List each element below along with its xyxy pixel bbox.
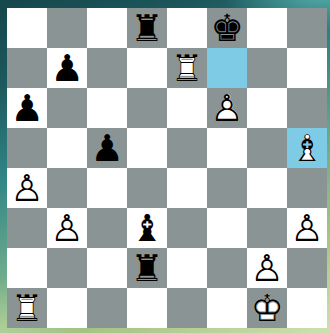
piece-white-king[interactable]: ♚♔ bbox=[247, 288, 287, 328]
square-f1[interactable] bbox=[207, 288, 247, 328]
piece-black-pawn[interactable]: ♟ bbox=[47, 48, 87, 88]
square-a3[interactable] bbox=[7, 208, 47, 248]
square-f5[interactable] bbox=[207, 128, 247, 168]
square-h4[interactable] bbox=[287, 168, 327, 208]
square-a5[interactable] bbox=[7, 128, 47, 168]
black-piece-glyph: ♚ bbox=[207, 8, 247, 48]
square-e3[interactable] bbox=[167, 208, 207, 248]
square-h3[interactable]: ♟♙ bbox=[287, 208, 327, 248]
square-d3[interactable]: ♝ bbox=[127, 208, 167, 248]
page-background: ♜♚♟♜♖♟♟♙♟♝♗♟♙♟♙♝♟♙♜♟♙♜♖♚♔ bbox=[0, 0, 330, 333]
square-c1[interactable] bbox=[87, 288, 127, 328]
square-g3[interactable] bbox=[247, 208, 287, 248]
piece-white-pawn[interactable]: ♟♙ bbox=[247, 248, 287, 288]
black-piece-glyph: ♜ bbox=[127, 8, 167, 48]
square-d4[interactable] bbox=[127, 168, 167, 208]
black-piece-glyph: ♟ bbox=[47, 48, 87, 88]
square-c5[interactable]: ♟ bbox=[87, 128, 127, 168]
piece-black-pawn[interactable]: ♟ bbox=[87, 128, 127, 168]
square-d2[interactable]: ♜ bbox=[127, 248, 167, 288]
piece-black-bishop[interactable]: ♝ bbox=[127, 208, 167, 248]
square-a4[interactable]: ♟♙ bbox=[7, 168, 47, 208]
piece-black-pawn[interactable]: ♟ bbox=[7, 88, 47, 128]
square-b4[interactable] bbox=[47, 168, 87, 208]
black-piece-glyph: ♝ bbox=[127, 208, 167, 248]
square-b6[interactable] bbox=[47, 88, 87, 128]
square-f4[interactable] bbox=[207, 168, 247, 208]
square-d7[interactable] bbox=[127, 48, 167, 88]
square-g2[interactable]: ♟♙ bbox=[247, 248, 287, 288]
square-d1[interactable] bbox=[127, 288, 167, 328]
white-piece-outline: ♙ bbox=[7, 168, 47, 208]
square-c2[interactable] bbox=[87, 248, 127, 288]
white-piece-outline: ♖ bbox=[7, 288, 47, 328]
square-e5[interactable] bbox=[167, 128, 207, 168]
piece-black-rook[interactable]: ♜ bbox=[127, 248, 167, 288]
piece-white-pawn[interactable]: ♟♙ bbox=[7, 168, 47, 208]
square-c8[interactable] bbox=[87, 8, 127, 48]
square-g7[interactable] bbox=[247, 48, 287, 88]
square-d5[interactable] bbox=[127, 128, 167, 168]
piece-white-pawn[interactable]: ♟♙ bbox=[287, 208, 327, 248]
square-b3[interactable]: ♟♙ bbox=[47, 208, 87, 248]
square-d6[interactable] bbox=[127, 88, 167, 128]
black-piece-glyph: ♜ bbox=[127, 248, 167, 288]
square-c4[interactable] bbox=[87, 168, 127, 208]
square-e6[interactable] bbox=[167, 88, 207, 128]
square-g8[interactable] bbox=[247, 8, 287, 48]
square-c7[interactable] bbox=[87, 48, 127, 88]
white-piece-outline: ♔ bbox=[247, 288, 287, 328]
square-d8[interactable]: ♜ bbox=[127, 8, 167, 48]
square-e7[interactable]: ♜♖ bbox=[167, 48, 207, 88]
white-piece-outline: ♙ bbox=[287, 208, 327, 248]
square-f6[interactable]: ♟♙ bbox=[207, 88, 247, 128]
black-piece-glyph: ♟ bbox=[87, 128, 127, 168]
square-e1[interactable] bbox=[167, 288, 207, 328]
piece-black-king[interactable]: ♚ bbox=[207, 8, 247, 48]
black-piece-glyph: ♟ bbox=[7, 88, 47, 128]
square-h8[interactable] bbox=[287, 8, 327, 48]
square-f2[interactable] bbox=[207, 248, 247, 288]
square-a1[interactable]: ♜♖ bbox=[7, 288, 47, 328]
square-a7[interactable] bbox=[7, 48, 47, 88]
square-a6[interactable]: ♟ bbox=[7, 88, 47, 128]
white-piece-outline: ♙ bbox=[207, 88, 247, 128]
piece-white-pawn[interactable]: ♟♙ bbox=[47, 208, 87, 248]
piece-white-rook[interactable]: ♜♖ bbox=[7, 288, 47, 328]
square-e2[interactable] bbox=[167, 248, 207, 288]
square-g5[interactable] bbox=[247, 128, 287, 168]
square-b2[interactable] bbox=[47, 248, 87, 288]
square-b7[interactable]: ♟ bbox=[47, 48, 87, 88]
piece-white-rook[interactable]: ♜♖ bbox=[167, 48, 207, 88]
square-b8[interactable] bbox=[47, 8, 87, 48]
piece-white-bishop[interactable]: ♝♗ bbox=[287, 128, 327, 168]
white-piece-outline: ♙ bbox=[47, 208, 87, 248]
square-b1[interactable] bbox=[47, 288, 87, 328]
chess-board: ♜♚♟♜♖♟♟♙♟♝♗♟♙♟♙♝♟♙♜♟♙♜♖♚♔ bbox=[7, 8, 327, 328]
piece-white-pawn[interactable]: ♟♙ bbox=[207, 88, 247, 128]
square-a2[interactable] bbox=[7, 248, 47, 288]
white-piece-outline: ♙ bbox=[247, 248, 287, 288]
white-piece-outline: ♗ bbox=[287, 128, 327, 168]
square-f7[interactable] bbox=[207, 48, 247, 88]
square-e8[interactable] bbox=[167, 8, 207, 48]
square-g1[interactable]: ♚♔ bbox=[247, 288, 287, 328]
square-h5[interactable]: ♝♗ bbox=[287, 128, 327, 168]
square-h6[interactable] bbox=[287, 88, 327, 128]
square-a8[interactable] bbox=[7, 8, 47, 48]
square-e4[interactable] bbox=[167, 168, 207, 208]
white-piece-outline: ♖ bbox=[167, 48, 207, 88]
square-h1[interactable] bbox=[287, 288, 327, 328]
square-c3[interactable] bbox=[87, 208, 127, 248]
square-c6[interactable] bbox=[87, 88, 127, 128]
square-g4[interactable] bbox=[247, 168, 287, 208]
piece-black-rook[interactable]: ♜ bbox=[127, 8, 167, 48]
square-b5[interactable] bbox=[47, 128, 87, 168]
square-h7[interactable] bbox=[287, 48, 327, 88]
square-f3[interactable] bbox=[207, 208, 247, 248]
square-f8[interactable]: ♚ bbox=[207, 8, 247, 48]
square-g6[interactable] bbox=[247, 88, 287, 128]
square-h2[interactable] bbox=[287, 248, 327, 288]
